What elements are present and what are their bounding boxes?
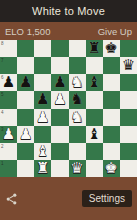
rank-label-5: 5 [1, 92, 4, 97]
white-rook: ♜ [34, 160, 51, 177]
white-knight: ♞ [69, 109, 86, 126]
square-a4[interactable]: 4 [0, 109, 17, 126]
square-f8[interactable]: ♜ [86, 40, 103, 57]
square-c4[interactable]: ♟ [34, 109, 51, 126]
square-d4[interactable] [51, 109, 68, 126]
white-pawn: ♟ [34, 109, 51, 126]
square-f2[interactable] [86, 143, 103, 160]
square-e4[interactable]: ♞ [69, 109, 86, 126]
square-g7[interactable] [103, 57, 120, 74]
square-e1[interactable]: ♛ [69, 160, 86, 177]
settings-button[interactable]: Settings [82, 190, 132, 207]
square-c1[interactable]: ♜ [34, 160, 51, 177]
square-c3[interactable] [34, 126, 51, 143]
title-bar: White to Move [0, 0, 137, 22]
square-b1[interactable] [17, 160, 34, 177]
rank-label-1: 1 [1, 161, 4, 166]
black-king: ♚ [103, 40, 120, 57]
bottom-bar: Settings [0, 177, 137, 220]
square-e6[interactable]: ♞ [69, 74, 86, 91]
black-pawn: ♟ [0, 74, 17, 91]
square-c2[interactable]: ♝ [34, 143, 51, 160]
square-d6[interactable]: ♟ [51, 74, 68, 91]
white-pawn: ♟ [17, 126, 34, 143]
square-a1[interactable]: 1 [0, 160, 17, 177]
rank-label-2: 2 [1, 144, 4, 149]
square-g3[interactable] [103, 126, 120, 143]
black-pawn: ♟ [51, 74, 68, 91]
square-g1[interactable]: ♚ [103, 160, 120, 177]
square-g8[interactable]: ♚ [103, 40, 120, 57]
square-b4[interactable] [17, 109, 34, 126]
share-icon[interactable] [5, 192, 18, 206]
square-g4[interactable] [103, 109, 120, 126]
chess-board[interactable]: 8♜♚7♛♟6♟♟♞♝5♟♟♞4♟♞♟3♟♝2♝1♜♛♚ [0, 40, 137, 177]
black-knight: ♞ [69, 91, 86, 108]
square-a7[interactable]: 7 [0, 57, 17, 74]
black-queen: ♛ [120, 57, 137, 74]
square-h1[interactable] [120, 160, 137, 177]
square-b3[interactable]: ♟ [17, 126, 34, 143]
square-c8[interactable] [34, 40, 51, 57]
rank-label-7: 7 [1, 58, 4, 63]
square-b6[interactable]: ♟ [17, 74, 34, 91]
square-b5[interactable] [17, 91, 34, 108]
white-king: ♚ [103, 160, 120, 177]
white-queen: ♛ [69, 160, 86, 177]
white-pawn: ♟ [51, 91, 68, 108]
square-d5[interactable]: ♟ [51, 91, 68, 108]
square-h2[interactable] [120, 143, 137, 160]
square-b2[interactable] [17, 143, 34, 160]
square-f7[interactable] [86, 57, 103, 74]
app-screen: White to Move ELO 1,500 Give Up 8♜♚7♛♟6♟… [0, 0, 137, 220]
rank-label-8: 8 [1, 41, 4, 46]
square-a6[interactable]: ♟6 [0, 74, 17, 91]
square-b7[interactable] [17, 57, 34, 74]
white-pawn: ♟ [0, 126, 17, 143]
square-f6[interactable]: ♝ [86, 74, 103, 91]
square-d3[interactable] [51, 126, 68, 143]
square-a8[interactable]: 8 [0, 40, 17, 57]
square-c6[interactable] [34, 74, 51, 91]
square-g6[interactable] [103, 74, 120, 91]
square-a2[interactable]: 2 [0, 143, 17, 160]
white-bishop: ♝ [34, 143, 51, 160]
square-c7[interactable] [34, 57, 51, 74]
square-f3[interactable]: ♝ [86, 126, 103, 143]
square-h6[interactable] [120, 74, 137, 91]
square-e3[interactable] [69, 126, 86, 143]
status-bar: ELO 1,500 Give Up [0, 22, 137, 40]
square-e5[interactable]: ♞ [69, 91, 86, 108]
black-rook: ♜ [86, 40, 103, 57]
square-a3[interactable]: ♟3 [0, 126, 17, 143]
black-pawn: ♟ [17, 74, 34, 91]
square-h5[interactable] [120, 91, 137, 108]
square-h7[interactable]: ♛ [120, 57, 137, 74]
square-f4[interactable] [86, 109, 103, 126]
square-h3[interactable] [120, 126, 137, 143]
square-e7[interactable] [69, 57, 86, 74]
square-h4[interactable] [120, 109, 137, 126]
square-g2[interactable] [103, 143, 120, 160]
square-d1[interactable] [51, 160, 68, 177]
square-e8[interactable] [69, 40, 86, 57]
square-d8[interactable] [51, 40, 68, 57]
square-e2[interactable] [69, 143, 86, 160]
rank-label-4: 4 [1, 110, 4, 115]
give-up-button[interactable]: Give Up [98, 26, 132, 37]
black-pawn: ♟ [34, 91, 51, 108]
square-f1[interactable] [86, 160, 103, 177]
square-d7[interactable] [51, 57, 68, 74]
white-knight: ♞ [69, 74, 86, 91]
black-bishop: ♝ [86, 126, 103, 143]
square-c5[interactable]: ♟ [34, 91, 51, 108]
elo-label: ELO 1,500 [5, 26, 50, 37]
square-b8[interactable] [17, 40, 34, 57]
square-d2[interactable] [51, 143, 68, 160]
square-g5[interactable] [103, 91, 120, 108]
square-a5[interactable]: 5 [0, 91, 17, 108]
page-title: White to Move [32, 5, 105, 17]
square-h8[interactable] [120, 40, 137, 57]
black-bishop: ♝ [86, 74, 103, 91]
square-f5[interactable] [86, 91, 103, 108]
